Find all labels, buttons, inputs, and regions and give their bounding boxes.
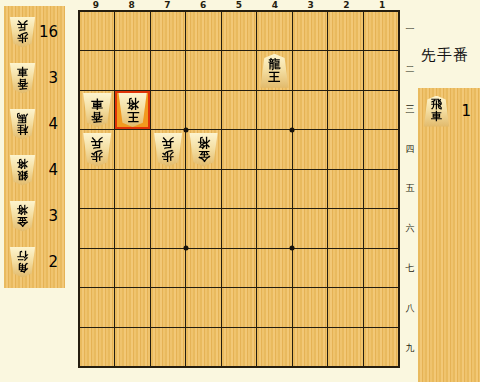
- square-9-7[interactable]: [80, 249, 114, 287]
- gote-hand-lance: 香車3: [4, 60, 65, 96]
- square-7-4[interactable]: 歩兵: [151, 130, 185, 168]
- square-8-1[interactable]: [115, 12, 149, 50]
- square-8-7[interactable]: [115, 249, 149, 287]
- file-label-1: 1: [364, 0, 400, 10]
- square-1-9[interactable]: [364, 328, 398, 366]
- rank-label-5: 五: [402, 169, 418, 209]
- square-1-5[interactable]: [364, 170, 398, 208]
- hoshi-dot: [183, 127, 188, 132]
- rank-label-9: 九: [402, 328, 418, 368]
- square-4-7[interactable]: [257, 249, 291, 287]
- square-1-6[interactable]: [364, 209, 398, 247]
- gote-silver-piece[interactable]: 銀将: [9, 155, 36, 186]
- gote-lance-piece[interactable]: 香車: [9, 63, 36, 94]
- square-7-8[interactable]: [151, 288, 185, 326]
- square-8-2[interactable]: [115, 51, 149, 89]
- square-2-5[interactable]: [328, 170, 362, 208]
- square-3-1[interactable]: [293, 12, 327, 50]
- square-2-1[interactable]: [328, 12, 362, 50]
- square-1-7[interactable]: [364, 249, 398, 287]
- square-5-7[interactable]: [222, 249, 256, 287]
- gote-hand-knight: 桂馬4: [4, 106, 65, 142]
- sente-rook-piece[interactable]: 飛車: [423, 96, 450, 127]
- square-6-3[interactable]: [186, 91, 220, 129]
- square-9-2[interactable]: [80, 51, 114, 89]
- square-1-1[interactable]: [364, 12, 398, 50]
- sente-hand-stand: 飛車1: [418, 88, 480, 382]
- gote-hand-pawn-count: 16: [39, 25, 58, 40]
- gote-lance-piece[interactable]: 香車: [82, 93, 112, 127]
- square-7-1[interactable]: [151, 12, 185, 50]
- square-4-9[interactable]: [257, 328, 291, 366]
- square-5-1[interactable]: [222, 12, 256, 50]
- gote-gold-piece[interactable]: 金将: [9, 201, 36, 232]
- gote-pawn-piece[interactable]: 歩兵: [82, 133, 112, 167]
- rank-label-4: 四: [402, 129, 418, 169]
- square-2-2[interactable]: [328, 51, 362, 89]
- rank-label-7: 七: [402, 249, 418, 289]
- square-6-5[interactable]: [186, 170, 220, 208]
- rank-label-8: 八: [402, 288, 418, 328]
- gote-hand-bishop: 角行2: [4, 244, 65, 280]
- square-9-1[interactable]: [80, 12, 114, 50]
- square-7-7[interactable]: [151, 249, 185, 287]
- square-4-6[interactable]: [257, 209, 291, 247]
- square-6-4[interactable]: 金将: [186, 130, 220, 168]
- square-9-4[interactable]: 歩兵: [80, 130, 114, 168]
- gote-pawn-piece[interactable]: 歩兵: [153, 133, 183, 167]
- file-label-9: 9: [78, 0, 114, 10]
- gote-hand-gold: 金将3: [4, 198, 65, 234]
- file-label-8: 8: [114, 0, 150, 10]
- rank-label-6: 六: [402, 209, 418, 249]
- gote-hand-stand: 歩兵16香車3桂馬4銀将4金将3角行2: [4, 6, 65, 288]
- square-7-6[interactable]: [151, 209, 185, 247]
- turn-indicator: 先手番: [421, 46, 469, 65]
- square-3-5[interactable]: [293, 170, 327, 208]
- square-6-8[interactable]: [186, 288, 220, 326]
- gote-hand-knight-count: 4: [48, 117, 58, 132]
- piece-kanji: 龍王: [268, 58, 280, 83]
- square-9-3[interactable]: 香車: [80, 91, 114, 129]
- file-label-5: 5: [221, 0, 257, 10]
- square-8-3[interactable]: 王将: [115, 91, 149, 129]
- square-5-5[interactable]: [222, 170, 256, 208]
- file-label-3: 3: [293, 0, 329, 10]
- shogi-board: 龍王香車王将歩兵歩兵金将: [78, 10, 400, 368]
- gote-hand-gold-count: 3: [48, 209, 58, 224]
- file-label-7: 7: [150, 0, 186, 10]
- board-grid: 龍王香車王将歩兵歩兵金将: [80, 12, 398, 366]
- square-3-7[interactable]: [293, 249, 327, 287]
- rank-label-3: 三: [402, 90, 418, 130]
- sente-hand-rook-count: 1: [461, 104, 471, 119]
- square-1-4[interactable]: [364, 130, 398, 168]
- gote-hand-bishop-count: 2: [48, 255, 58, 270]
- sente-dragon-promoted-rook-piece[interactable]: 龍王: [259, 54, 289, 88]
- piece-kanji: 桂馬: [17, 112, 28, 135]
- square-7-3[interactable]: [151, 91, 185, 129]
- square-4-2[interactable]: 龍王: [257, 51, 291, 89]
- rank-label-1: 一: [402, 10, 418, 50]
- square-9-9[interactable]: [80, 328, 114, 366]
- file-label-6: 6: [185, 0, 221, 10]
- square-5-9[interactable]: [222, 328, 256, 366]
- square-2-6[interactable]: [328, 209, 362, 247]
- hoshi-dot: [290, 127, 295, 132]
- square-8-8[interactable]: [115, 288, 149, 326]
- gote-hand-silver: 銀将4: [4, 152, 65, 188]
- gote-hand-lance-count: 3: [48, 71, 58, 86]
- piece-kanji: 角行: [17, 250, 28, 273]
- square-3-2[interactable]: [293, 51, 327, 89]
- piece-kanji: 香車: [17, 66, 28, 89]
- square-4-4[interactable]: [257, 130, 291, 168]
- square-1-3[interactable]: [364, 91, 398, 129]
- piece-kanji: 飛車: [431, 99, 442, 122]
- piece-kanji: 銀将: [17, 158, 28, 181]
- square-4-8[interactable]: [257, 288, 291, 326]
- gote-bishop-piece[interactable]: 角行: [9, 247, 36, 278]
- gote-king-piece[interactable]: 王将: [118, 93, 148, 127]
- square-5-8[interactable]: [222, 288, 256, 326]
- gote-hand-silver-count: 4: [48, 163, 58, 178]
- gote-hand-pawn: 歩兵16: [4, 14, 65, 50]
- square-3-6[interactable]: [293, 209, 327, 247]
- square-5-2[interactable]: [222, 51, 256, 89]
- square-9-6[interactable]: [80, 209, 114, 247]
- rank-labels: 一二三四五六七八九: [402, 10, 418, 368]
- piece-kanji: 金将: [17, 204, 28, 227]
- gote-pawn-piece[interactable]: 歩兵: [9, 17, 36, 48]
- square-2-9[interactable]: [328, 328, 362, 366]
- hoshi-dot: [183, 246, 188, 251]
- gote-gold-piece[interactable]: 金将: [189, 133, 219, 167]
- square-4-5[interactable]: [257, 170, 291, 208]
- square-6-9[interactable]: [186, 328, 220, 366]
- square-3-4[interactable]: [293, 130, 327, 168]
- square-4-1[interactable]: [257, 12, 291, 50]
- square-2-8[interactable]: [328, 288, 362, 326]
- square-5-4[interactable]: [222, 130, 256, 168]
- square-5-3[interactable]: [222, 91, 256, 129]
- piece-kanji: 香車: [91, 98, 103, 123]
- rank-label-2: 二: [402, 50, 418, 90]
- shogi-diagram: 歩兵16香車3桂馬4銀将4金将3角行2 987654321 龍王香車王将歩兵歩兵…: [0, 0, 480, 382]
- hoshi-dot: [290, 246, 295, 251]
- square-2-3[interactable]: [328, 91, 362, 129]
- square-2-7[interactable]: [328, 249, 362, 287]
- piece-kanji: 歩兵: [17, 20, 28, 43]
- file-label-2: 2: [328, 0, 364, 10]
- square-9-5[interactable]: [80, 170, 114, 208]
- square-4-3[interactable]: [257, 91, 291, 129]
- square-3-9[interactable]: [293, 328, 327, 366]
- square-6-1[interactable]: [186, 12, 220, 50]
- piece-kanji: 金将: [198, 137, 210, 162]
- piece-kanji: 歩兵: [91, 137, 103, 162]
- square-5-6[interactable]: [222, 209, 256, 247]
- square-2-4[interactable]: [328, 130, 362, 168]
- file-labels: 987654321: [78, 0, 400, 10]
- gote-knight-piece[interactable]: 桂馬: [9, 109, 36, 140]
- square-8-6[interactable]: [115, 209, 149, 247]
- sente-hand-rook: 飛車1: [418, 93, 480, 129]
- square-1-2[interactable]: [364, 51, 398, 89]
- square-3-3[interactable]: [293, 91, 327, 129]
- square-9-8[interactable]: [80, 288, 114, 326]
- file-label-4: 4: [257, 0, 293, 10]
- square-8-9[interactable]: [115, 328, 149, 366]
- square-6-2[interactable]: [186, 51, 220, 89]
- square-7-9[interactable]: [151, 328, 185, 366]
- square-8-5[interactable]: [115, 170, 149, 208]
- square-7-5[interactable]: [151, 170, 185, 208]
- square-6-6[interactable]: [186, 209, 220, 247]
- square-6-7[interactable]: [186, 249, 220, 287]
- square-3-8[interactable]: [293, 288, 327, 326]
- square-8-4[interactable]: [115, 130, 149, 168]
- square-1-8[interactable]: [364, 288, 398, 326]
- square-7-2[interactable]: [151, 51, 185, 89]
- piece-kanji: 王将: [127, 98, 139, 123]
- piece-kanji: 歩兵: [162, 137, 174, 162]
